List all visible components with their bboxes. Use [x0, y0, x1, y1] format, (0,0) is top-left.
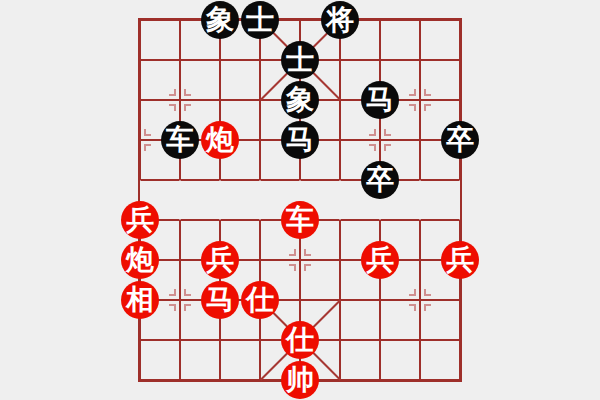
- piece-red-elephant[interactable]: 相: [121, 281, 159, 319]
- piece-red-soldier[interactable]: 兵: [361, 241, 399, 279]
- river-cell: [220, 180, 260, 220]
- board-cell: [140, 60, 180, 100]
- board-cell: [180, 60, 220, 100]
- piece-black-elephant[interactable]: 象: [281, 81, 319, 119]
- piece-red-cannon[interactable]: 炮: [201, 121, 239, 159]
- river-cell: [180, 180, 220, 220]
- piece-black-general[interactable]: 将: [321, 1, 359, 39]
- board-cell: [180, 340, 220, 380]
- piece-red-horse[interactable]: 马: [201, 281, 239, 319]
- board-cell: [420, 300, 460, 340]
- board-cell: [380, 340, 420, 380]
- piece-red-soldier[interactable]: 兵: [201, 241, 239, 279]
- piece-red-advisor[interactable]: 仕: [241, 281, 279, 319]
- piece-black-advisor[interactable]: 士: [241, 1, 279, 39]
- board-cell: [420, 340, 460, 380]
- piece-black-chariot[interactable]: 车: [161, 121, 199, 159]
- board-cell: [140, 340, 180, 380]
- board-cell: [340, 340, 380, 380]
- board-cell: [380, 300, 420, 340]
- piece-red-soldier[interactable]: 兵: [441, 241, 479, 279]
- piece-black-horse[interactable]: 马: [281, 121, 319, 159]
- board-cell: [220, 340, 260, 380]
- board-cell: [140, 20, 180, 60]
- piece-black-elephant[interactable]: 象: [201, 1, 239, 39]
- board-cell: [340, 300, 380, 340]
- board-cell: [300, 260, 340, 300]
- piece-black-soldier[interactable]: 卒: [361, 161, 399, 199]
- piece-black-soldier[interactable]: 卒: [441, 121, 479, 159]
- piece-red-chariot[interactable]: 车: [281, 201, 319, 239]
- piece-red-cannon[interactable]: 炮: [121, 241, 159, 279]
- xiangqi-board: 象士将士象马车炮马卒卒兵车炮兵兵兵相马仕仕帅: [0, 0, 600, 400]
- board-cell: [420, 20, 460, 60]
- board-cell: [420, 60, 460, 100]
- piece-red-general[interactable]: 帅: [281, 361, 319, 399]
- board-cell: [220, 60, 260, 100]
- piece-red-soldier[interactable]: 兵: [121, 201, 159, 239]
- board-cell: [380, 20, 420, 60]
- piece-red-advisor[interactable]: 仕: [281, 321, 319, 359]
- piece-black-advisor[interactable]: 士: [281, 41, 319, 79]
- piece-black-horse[interactable]: 马: [361, 81, 399, 119]
- river-cell: [420, 180, 460, 220]
